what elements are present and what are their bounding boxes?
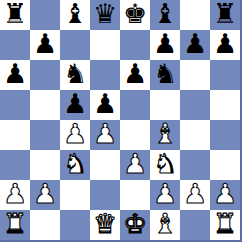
square-b8[interactable] xyxy=(30,0,60,30)
square-a2[interactable]: ♟ xyxy=(0,180,30,210)
piece-black-knight-f6[interactable]: ♞ xyxy=(153,60,177,89)
square-c8[interactable]: ♝ xyxy=(60,0,90,30)
square-b5[interactable] xyxy=(30,90,60,120)
piece-white-knight-c3[interactable]: ♞ xyxy=(63,150,87,179)
piece-black-king-e8[interactable]: ♚ xyxy=(123,0,147,29)
piece-white-queen-d1[interactable]: ♛ xyxy=(93,210,117,239)
square-f8[interactable]: ♝ xyxy=(150,0,180,30)
square-g3[interactable] xyxy=(180,150,210,180)
square-d8[interactable]: ♛ xyxy=(90,0,120,30)
square-b4[interactable] xyxy=(30,120,60,150)
square-d6[interactable] xyxy=(90,60,120,90)
piece-white-bishop-f1[interactable]: ♝ xyxy=(153,210,177,239)
square-a3[interactable] xyxy=(0,150,30,180)
square-f6[interactable]: ♞ xyxy=(150,60,180,90)
square-h3[interactable] xyxy=(210,150,240,180)
square-d7[interactable] xyxy=(90,30,120,60)
square-a8[interactable]: ♜ xyxy=(0,0,30,30)
piece-white-pawn-g2[interactable]: ♟ xyxy=(183,180,207,209)
square-b3[interactable] xyxy=(30,150,60,180)
piece-white-pawn-b2[interactable]: ♟ xyxy=(33,180,57,209)
piece-black-pawn-d5[interactable]: ♟ xyxy=(93,90,117,119)
square-c7[interactable] xyxy=(60,30,90,60)
square-c3[interactable]: ♞ xyxy=(60,150,90,180)
square-d5[interactable]: ♟ xyxy=(90,90,120,120)
square-c5[interactable]: ♟ xyxy=(60,90,90,120)
chess-board-grid: ♜♝♛♚♝♜♟♟♟♟♟♞♟♞♟♟♟♟♝♞♟♞♟♟♟♟♟♜♛♚♝♜ xyxy=(0,0,242,242)
square-c1[interactable] xyxy=(60,210,90,240)
square-a6[interactable]: ♟ xyxy=(0,60,30,90)
piece-white-pawn-f2[interactable]: ♟ xyxy=(153,180,177,209)
square-a7[interactable] xyxy=(0,30,30,60)
square-g2[interactable]: ♟ xyxy=(180,180,210,210)
square-f2[interactable]: ♟ xyxy=(150,180,180,210)
square-g5[interactable] xyxy=(180,90,210,120)
square-e2[interactable] xyxy=(120,180,150,210)
piece-white-king-e1[interactable]: ♚ xyxy=(123,210,147,239)
square-e5[interactable] xyxy=(120,90,150,120)
square-h1[interactable]: ♜ xyxy=(210,210,240,240)
piece-black-pawn-h7[interactable]: ♟ xyxy=(213,30,237,59)
piece-black-pawn-a6[interactable]: ♟ xyxy=(3,60,27,89)
piece-white-bishop-f4[interactable]: ♝ xyxy=(153,120,177,149)
square-d4[interactable]: ♟ xyxy=(90,120,120,150)
piece-black-rook-a8[interactable]: ♜ xyxy=(3,0,27,29)
square-d2[interactable] xyxy=(90,180,120,210)
square-b7[interactable]: ♟ xyxy=(30,30,60,60)
square-b2[interactable]: ♟ xyxy=(30,180,60,210)
piece-black-pawn-b7[interactable]: ♟ xyxy=(33,30,57,59)
piece-white-rook-h1[interactable]: ♜ xyxy=(213,210,237,239)
square-g8[interactable] xyxy=(180,0,210,30)
square-a1[interactable]: ♜ xyxy=(0,210,30,240)
piece-white-pawn-e3[interactable]: ♟ xyxy=(123,150,147,179)
square-c4[interactable]: ♟ xyxy=(60,120,90,150)
piece-white-pawn-c4[interactable]: ♟ xyxy=(63,120,87,149)
square-b1[interactable] xyxy=(30,210,60,240)
piece-black-pawn-e6[interactable]: ♟ xyxy=(123,60,147,89)
square-d1[interactable]: ♛ xyxy=(90,210,120,240)
square-e8[interactable]: ♚ xyxy=(120,0,150,30)
square-h7[interactable]: ♟ xyxy=(210,30,240,60)
square-g7[interactable]: ♟ xyxy=(180,30,210,60)
square-h6[interactable] xyxy=(210,60,240,90)
piece-black-knight-c6[interactable]: ♞ xyxy=(63,60,87,89)
square-h4[interactable] xyxy=(210,120,240,150)
square-a5[interactable] xyxy=(0,90,30,120)
square-g1[interactable] xyxy=(180,210,210,240)
square-e7[interactable] xyxy=(120,30,150,60)
square-f4[interactable]: ♝ xyxy=(150,120,180,150)
piece-black-queen-d8[interactable]: ♛ xyxy=(93,0,117,29)
piece-black-pawn-c5[interactable]: ♟ xyxy=(63,90,87,119)
square-h5[interactable] xyxy=(210,90,240,120)
piece-black-pawn-f7[interactable]: ♟ xyxy=(153,30,177,59)
square-f5[interactable] xyxy=(150,90,180,120)
piece-white-pawn-h2[interactable]: ♟ xyxy=(213,180,237,209)
piece-black-rook-h8[interactable]: ♜ xyxy=(213,0,237,29)
square-c2[interactable] xyxy=(60,180,90,210)
square-g4[interactable] xyxy=(180,120,210,150)
square-e4[interactable] xyxy=(120,120,150,150)
piece-black-bishop-c8[interactable]: ♝ xyxy=(63,0,87,29)
square-h2[interactable]: ♟ xyxy=(210,180,240,210)
square-g6[interactable] xyxy=(180,60,210,90)
square-h8[interactable]: ♜ xyxy=(210,0,240,30)
square-c6[interactable]: ♞ xyxy=(60,60,90,90)
piece-black-pawn-g7[interactable]: ♟ xyxy=(183,30,207,59)
piece-white-pawn-a2[interactable]: ♟ xyxy=(3,180,27,209)
piece-black-bishop-f8[interactable]: ♝ xyxy=(153,0,177,29)
square-f1[interactable]: ♝ xyxy=(150,210,180,240)
square-e6[interactable]: ♟ xyxy=(120,60,150,90)
square-d3[interactable] xyxy=(90,150,120,180)
piece-white-pawn-d4[interactable]: ♟ xyxy=(93,120,117,149)
piece-white-rook-a1[interactable]: ♜ xyxy=(3,210,27,239)
square-f3[interactable]: ♞ xyxy=(150,150,180,180)
square-b6[interactable] xyxy=(30,60,60,90)
square-e3[interactable]: ♟ xyxy=(120,150,150,180)
square-a4[interactable] xyxy=(0,120,30,150)
square-e1[interactable]: ♚ xyxy=(120,210,150,240)
square-f7[interactable]: ♟ xyxy=(150,30,180,60)
piece-white-knight-f3[interactable]: ♞ xyxy=(153,150,177,179)
chess-board: ♜♝♛♚♝♜♟♟♟♟♟♞♟♞♟♟♟♟♝♞♟♞♟♟♟♟♟♜♛♚♝♜ xyxy=(0,0,242,242)
